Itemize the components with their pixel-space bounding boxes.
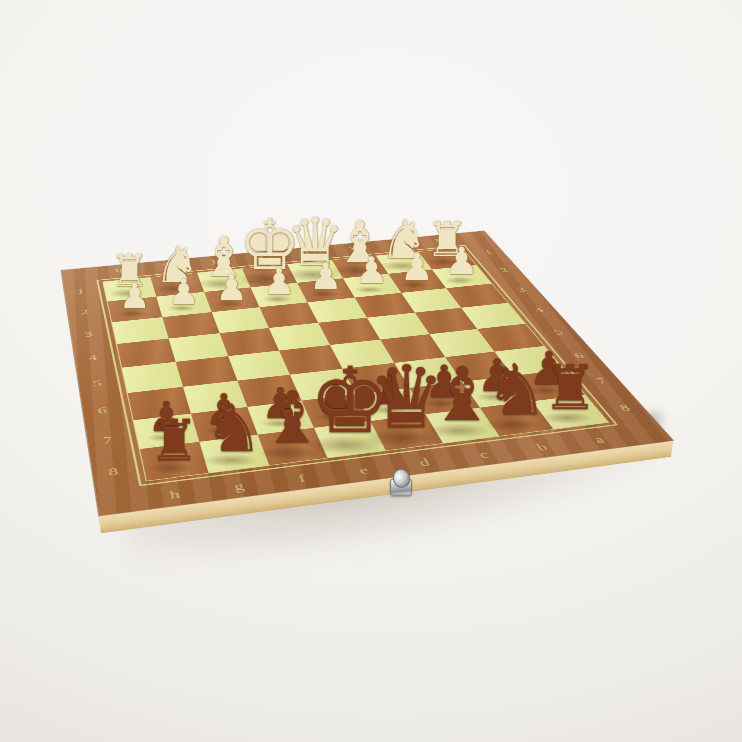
square-g4 [168, 333, 227, 362]
file-label-d: d [281, 248, 330, 259]
rank-label-1: 1 [69, 281, 93, 303]
square-h5 [122, 362, 183, 393]
square-b7 [461, 376, 532, 408]
square-a7 [513, 370, 585, 402]
square-d8 [370, 414, 442, 450]
square-a8 [533, 395, 608, 429]
square-f7 [247, 400, 315, 435]
square-b8 [479, 401, 553, 436]
square-f5 [228, 351, 290, 381]
file-label-b: b [370, 240, 419, 251]
rank-label-4: 4 [79, 345, 106, 372]
rank-label-2: 2 [72, 301, 97, 325]
square-f8 [257, 428, 327, 465]
square-g6 [183, 381, 247, 414]
square-f6 [237, 375, 302, 407]
square-d6 [342, 363, 409, 394]
square-h8 [140, 442, 208, 481]
file-label-e: e [235, 252, 284, 263]
square-g8 [199, 435, 268, 473]
file-label-h: h [94, 265, 144, 277]
square-g7 [191, 407, 258, 442]
square-c8 [425, 408, 498, 443]
rank-label-5: 5 [83, 369, 111, 398]
square-e7 [302, 394, 371, 428]
file-label-g: g [142, 261, 192, 272]
rank-label-7: 7 [92, 424, 123, 458]
square-e6 [290, 369, 356, 401]
square-h6 [128, 387, 191, 420]
square-c6 [394, 357, 461, 388]
square-e5 [279, 345, 342, 375]
gold-border-inner [102, 247, 609, 481]
square-a6 [495, 346, 564, 376]
square-c7 [409, 382, 479, 415]
clasp-anchor [399, 484, 401, 486]
square-h7 [134, 413, 200, 449]
rank-label-8: 8 [98, 454, 130, 490]
square-g5 [175, 356, 237, 387]
board-grid [103, 248, 607, 481]
square-a5 [477, 324, 543, 352]
product-photo: hgfedcba hgfedcba 12345678 12345678 ♜♞♝ [0, 0, 742, 742]
scene: hgfedcba hgfedcba 12345678 12345678 [80, 95, 580, 595]
square-b6 [445, 351, 513, 381]
square-d7 [356, 388, 425, 421]
square-h4 [117, 339, 175, 368]
rank-label-7: 7 [579, 367, 624, 396]
square-e8 [314, 421, 386, 458]
file-label-c: c [326, 244, 375, 255]
rank-label-6: 6 [558, 343, 600, 370]
file-label-f: f [189, 256, 238, 267]
gold-border-outer [96, 245, 618, 486]
rank-label-6: 6 [88, 396, 117, 427]
file-label-a: a [414, 236, 463, 246]
rank-label-3: 3 [76, 322, 102, 347]
